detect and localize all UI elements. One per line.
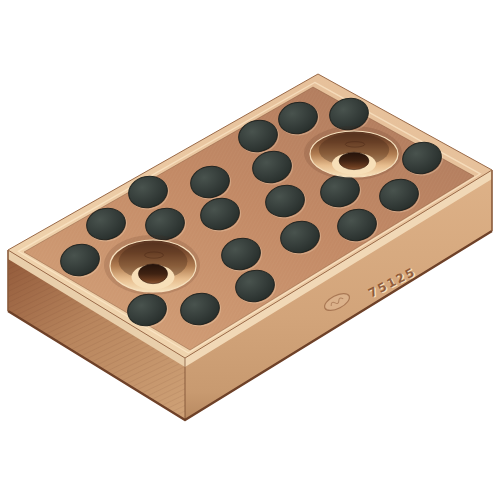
countersink-hole <box>304 126 402 180</box>
slide-plate-product-photo: 75125 75125 <box>0 0 500 500</box>
through-bore <box>138 264 167 284</box>
countersink-hole <box>104 235 200 295</box>
photo-stage: 75125 75125 <box>0 0 500 500</box>
through-bore <box>339 152 369 169</box>
slide-plate: 75125 75125 <box>8 74 492 420</box>
